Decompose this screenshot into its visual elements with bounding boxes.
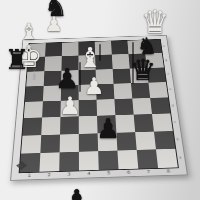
- rank-label-3: 3: [59, 171, 79, 179]
- square-d1[interactable]: [24, 101, 43, 118]
- black-pawn-d3[interactable]: ♟: [55, 65, 79, 92]
- file-label-h: h: [160, 39, 169, 53]
- black-pawn-off-bottom-table[interactable]: ♟: [64, 186, 91, 200]
- rank-label-7: 7: [138, 168, 159, 176]
- square-d7[interactable]: [132, 98, 152, 115]
- rank-label-5: 5: [99, 169, 119, 177]
- photo-viewport: 12345678 hgfedcba ©CHESS ♞♟♝♚♜♝♟♟♟♟♞♛♛♟: [0, 0, 200, 200]
- file-label-e: e: [166, 82, 175, 98]
- square-c7[interactable]: [134, 114, 154, 132]
- black-pawn-b5[interactable]: ♟: [96, 115, 120, 142]
- file-label-c: c: [170, 113, 180, 130]
- file-label-f: f: [164, 67, 173, 82]
- rank-label-1: 1: [19, 172, 39, 180]
- white-queen-g8[interactable]: ♛: [141, 6, 170, 38]
- white-pawn-g2[interactable]: ♟: [45, 14, 63, 34]
- black-rook-off-left-border[interactable]: ♜: [5, 46, 29, 73]
- square-a2[interactable]: [39, 152, 59, 172]
- white-pawn-c3[interactable]: ♟: [59, 94, 81, 118]
- square-b3[interactable]: [60, 134, 79, 153]
- square-h3[interactable]: [62, 42, 79, 56]
- square-a4[interactable]: [79, 151, 99, 171]
- white-pawn-d4[interactable]: ♟: [84, 75, 105, 98]
- file-label-g: g: [162, 53, 171, 67]
- rank-label-4: 4: [79, 170, 99, 178]
- white-bishop-e4[interactable]: ♝: [78, 44, 102, 71]
- black-queen-d7[interactable]: ♛: [130, 56, 156, 85]
- square-c2[interactable]: [41, 117, 60, 135]
- square-a5[interactable]: [98, 150, 118, 170]
- file-label-b: b: [173, 130, 183, 148]
- knot-emblem-icon: [15, 160, 28, 171]
- square-f6[interactable]: [113, 68, 131, 83]
- square-h6[interactable]: [111, 41, 128, 55]
- square-d2[interactable]: [42, 101, 61, 118]
- square-a8[interactable]: [156, 149, 178, 168]
- square-b7[interactable]: [135, 131, 156, 150]
- square-b1[interactable]: [21, 135, 41, 154]
- square-h2[interactable]: [45, 43, 62, 57]
- rank-label-8: 8: [158, 167, 179, 175]
- square-g6[interactable]: [112, 54, 130, 69]
- square-a7[interactable]: [137, 149, 158, 168]
- square-c1[interactable]: [22, 118, 42, 136]
- square-c4[interactable]: [79, 116, 98, 134]
- square-a3[interactable]: [59, 152, 79, 172]
- square-c8[interactable]: [152, 114, 173, 132]
- square-d8[interactable]: [150, 97, 170, 114]
- square-b2[interactable]: [40, 134, 60, 153]
- file-label-a: a: [175, 148, 186, 167]
- file-label-d: d: [168, 97, 178, 113]
- rank-label-6: 6: [119, 169, 139, 177]
- square-b8[interactable]: [154, 131, 175, 150]
- square-a6[interactable]: [117, 150, 138, 170]
- square-d4[interactable]: [79, 100, 97, 117]
- rank-label-2: 2: [39, 171, 59, 179]
